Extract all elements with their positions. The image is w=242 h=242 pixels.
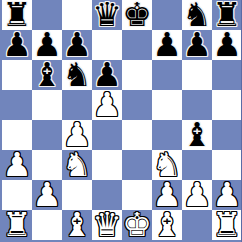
square-a1[interactable]: ♜ xyxy=(2,210,32,240)
square-c3[interactable]: ♞ xyxy=(62,150,92,180)
square-a7[interactable]: ♟ xyxy=(2,30,32,60)
piece-white-rook[interactable]: ♜ xyxy=(212,210,242,240)
piece-black-pawn[interactable]: ♟ xyxy=(152,30,182,60)
square-g4[interactable]: ♝ xyxy=(182,120,212,150)
square-e3[interactable] xyxy=(122,150,152,180)
piece-black-knight[interactable]: ♞ xyxy=(62,60,92,90)
square-b5[interactable] xyxy=(32,90,62,120)
piece-black-bishop[interactable]: ♝ xyxy=(32,60,62,90)
square-g7[interactable]: ♟ xyxy=(182,30,212,60)
piece-black-pawn[interactable]: ♟ xyxy=(212,30,242,60)
square-f1[interactable]: ♝ xyxy=(152,210,182,240)
square-e4[interactable] xyxy=(122,120,152,150)
square-a5[interactable] xyxy=(2,90,32,120)
square-f7[interactable]: ♟ xyxy=(152,30,182,60)
square-d4[interactable] xyxy=(92,120,122,150)
square-d8[interactable]: ♛ xyxy=(92,0,122,30)
square-e8[interactable]: ♚ xyxy=(122,0,152,30)
square-a3[interactable]: ♟ xyxy=(2,150,32,180)
square-g1[interactable] xyxy=(182,210,212,240)
square-h6[interactable] xyxy=(212,60,242,90)
square-h5[interactable] xyxy=(212,90,242,120)
piece-white-pawn[interactable]: ♟ xyxy=(182,180,212,210)
piece-white-rook[interactable]: ♜ xyxy=(2,210,32,240)
piece-white-pawn[interactable]: ♟ xyxy=(92,90,122,120)
square-e1[interactable]: ♚ xyxy=(122,210,152,240)
square-d5[interactable]: ♟ xyxy=(92,90,122,120)
square-h7[interactable]: ♟ xyxy=(212,30,242,60)
piece-white-pawn[interactable]: ♟ xyxy=(2,150,32,180)
square-b2[interactable]: ♟ xyxy=(32,180,62,210)
square-b6[interactable]: ♝ xyxy=(32,60,62,90)
piece-white-knight[interactable]: ♞ xyxy=(62,150,92,180)
chess-board-container: ♜♛♚♞♜♟♟♟♟♟♟♝♞♟♟♟♝♟♞♞♟♟♟♟♜♝♛♚♝♜ xyxy=(0,0,242,242)
piece-black-queen[interactable]: ♛ xyxy=(92,0,122,30)
square-e6[interactable] xyxy=(122,60,152,90)
piece-black-king[interactable]: ♚ xyxy=(122,0,152,30)
square-c1[interactable]: ♝ xyxy=(62,210,92,240)
chess-board: ♜♛♚♞♜♟♟♟♟♟♟♝♞♟♟♟♝♟♞♞♟♟♟♟♜♝♛♚♝♜ xyxy=(2,0,242,240)
square-g6[interactable] xyxy=(182,60,212,90)
square-e5[interactable] xyxy=(122,90,152,120)
piece-white-bishop[interactable]: ♝ xyxy=(62,210,92,240)
square-h4[interactable] xyxy=(212,120,242,150)
piece-black-pawn[interactable]: ♟ xyxy=(2,30,32,60)
piece-white-pawn[interactable]: ♟ xyxy=(32,180,62,210)
square-b1[interactable] xyxy=(32,210,62,240)
piece-white-king[interactable]: ♚ xyxy=(122,210,152,240)
square-e7[interactable] xyxy=(122,30,152,60)
square-g2[interactable]: ♟ xyxy=(182,180,212,210)
square-b4[interactable] xyxy=(32,120,62,150)
piece-black-bishop[interactable]: ♝ xyxy=(182,120,212,150)
piece-white-bishop[interactable]: ♝ xyxy=(152,210,182,240)
square-d3[interactable] xyxy=(92,150,122,180)
square-d1[interactable]: ♛ xyxy=(92,210,122,240)
piece-black-pawn[interactable]: ♟ xyxy=(182,30,212,60)
square-c6[interactable]: ♞ xyxy=(62,60,92,90)
square-h1[interactable]: ♜ xyxy=(212,210,242,240)
piece-white-queen[interactable]: ♛ xyxy=(92,210,122,240)
square-f6[interactable] xyxy=(152,60,182,90)
square-a6[interactable] xyxy=(2,60,32,90)
square-f5[interactable] xyxy=(152,90,182,120)
